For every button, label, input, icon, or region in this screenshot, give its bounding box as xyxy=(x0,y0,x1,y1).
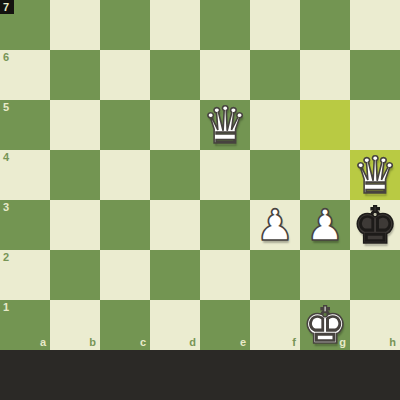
square-g6[interactable] xyxy=(300,50,350,100)
square-g7[interactable] xyxy=(300,0,350,50)
file-label-d: d xyxy=(189,337,196,348)
square-a3[interactable]: 3 xyxy=(0,200,50,250)
square-h5[interactable] xyxy=(350,100,400,150)
file-label-b: b xyxy=(89,337,96,348)
square-e7[interactable] xyxy=(200,0,250,50)
square-d7[interactable] xyxy=(150,0,200,50)
square-a7[interactable]: 7 xyxy=(0,0,50,50)
square-b6[interactable] xyxy=(50,50,100,100)
square-g2[interactable] xyxy=(300,250,350,300)
square-c4[interactable] xyxy=(100,150,150,200)
square-c2[interactable] xyxy=(100,250,150,300)
square-d6[interactable] xyxy=(150,50,200,100)
square-h2[interactable] xyxy=(350,250,400,300)
square-b2[interactable] xyxy=(50,250,100,300)
file-label-a: a xyxy=(40,337,46,348)
file-label-e: e xyxy=(240,337,246,348)
square-f4[interactable] xyxy=(250,150,300,200)
file-label-h: h xyxy=(389,337,396,348)
square-f7[interactable] xyxy=(250,0,300,50)
square-b7[interactable] xyxy=(50,0,100,50)
white-pawn-f3[interactable]: ♟ xyxy=(250,200,300,250)
rank-label-1: 1 xyxy=(3,302,9,313)
square-f6[interactable] xyxy=(250,50,300,100)
square-c7[interactable] xyxy=(100,0,150,50)
file-label-f: f xyxy=(292,337,296,348)
square-d1[interactable]: d xyxy=(150,300,200,350)
rank-label-5: 5 xyxy=(3,102,9,113)
square-h6[interactable] xyxy=(350,50,400,100)
square-e6[interactable] xyxy=(200,50,250,100)
square-b5[interactable] xyxy=(50,100,100,150)
square-h4[interactable]: ♛ xyxy=(350,150,400,200)
square-b1[interactable]: b xyxy=(50,300,100,350)
square-a1[interactable]: 1a xyxy=(0,300,50,350)
square-h7[interactable] xyxy=(350,0,400,50)
rank-label-4: 4 xyxy=(3,152,9,163)
square-f1[interactable]: f xyxy=(250,300,300,350)
square-g3[interactable]: ♟ xyxy=(300,200,350,250)
file-label-c: c xyxy=(140,337,146,348)
rank-label-2: 2 xyxy=(3,252,9,263)
chess-app-screen: 765♛4♛3♟♟♚21abcdefg♚h xyxy=(0,0,400,400)
square-d5[interactable] xyxy=(150,100,200,150)
square-d3[interactable] xyxy=(150,200,200,250)
rank-label-7: 7 xyxy=(3,2,9,13)
square-a4[interactable]: 4 xyxy=(0,150,50,200)
square-g4[interactable] xyxy=(300,150,350,200)
file-label-g: g xyxy=(339,337,346,348)
white-pawn-g3[interactable]: ♟ xyxy=(300,200,350,250)
square-b3[interactable] xyxy=(50,200,100,250)
square-c5[interactable] xyxy=(100,100,150,150)
square-g5[interactable] xyxy=(300,100,350,150)
square-c1[interactable]: c xyxy=(100,300,150,350)
rank-label-6: 6 xyxy=(3,52,9,63)
square-d2[interactable] xyxy=(150,250,200,300)
square-e4[interactable] xyxy=(200,150,250,200)
chess-board: 765♛4♛3♟♟♚21abcdefg♚h xyxy=(0,0,400,350)
white-queen-e5[interactable]: ♛ xyxy=(200,100,250,150)
square-a6[interactable]: 6 xyxy=(0,50,50,100)
square-h1[interactable]: h xyxy=(350,300,400,350)
white-queen-h4[interactable]: ♛ xyxy=(350,150,400,200)
square-h3[interactable]: ♚ xyxy=(350,200,400,250)
square-f3[interactable]: ♟ xyxy=(250,200,300,250)
square-a2[interactable]: 2 xyxy=(0,250,50,300)
black-king-h3[interactable]: ♚ xyxy=(350,200,400,250)
square-f5[interactable] xyxy=(250,100,300,150)
square-e1[interactable]: e xyxy=(200,300,250,350)
square-c6[interactable] xyxy=(100,50,150,100)
square-f2[interactable] xyxy=(250,250,300,300)
bottom-bar xyxy=(0,350,400,400)
square-e3[interactable] xyxy=(200,200,250,250)
square-d4[interactable] xyxy=(150,150,200,200)
square-e5[interactable]: ♛ xyxy=(200,100,250,150)
square-e2[interactable] xyxy=(200,250,250,300)
square-g1[interactable]: g♚ xyxy=(300,300,350,350)
square-c3[interactable] xyxy=(100,200,150,250)
square-a5[interactable]: 5 xyxy=(0,100,50,150)
rank-label-3: 3 xyxy=(3,202,9,213)
square-b4[interactable] xyxy=(50,150,100,200)
